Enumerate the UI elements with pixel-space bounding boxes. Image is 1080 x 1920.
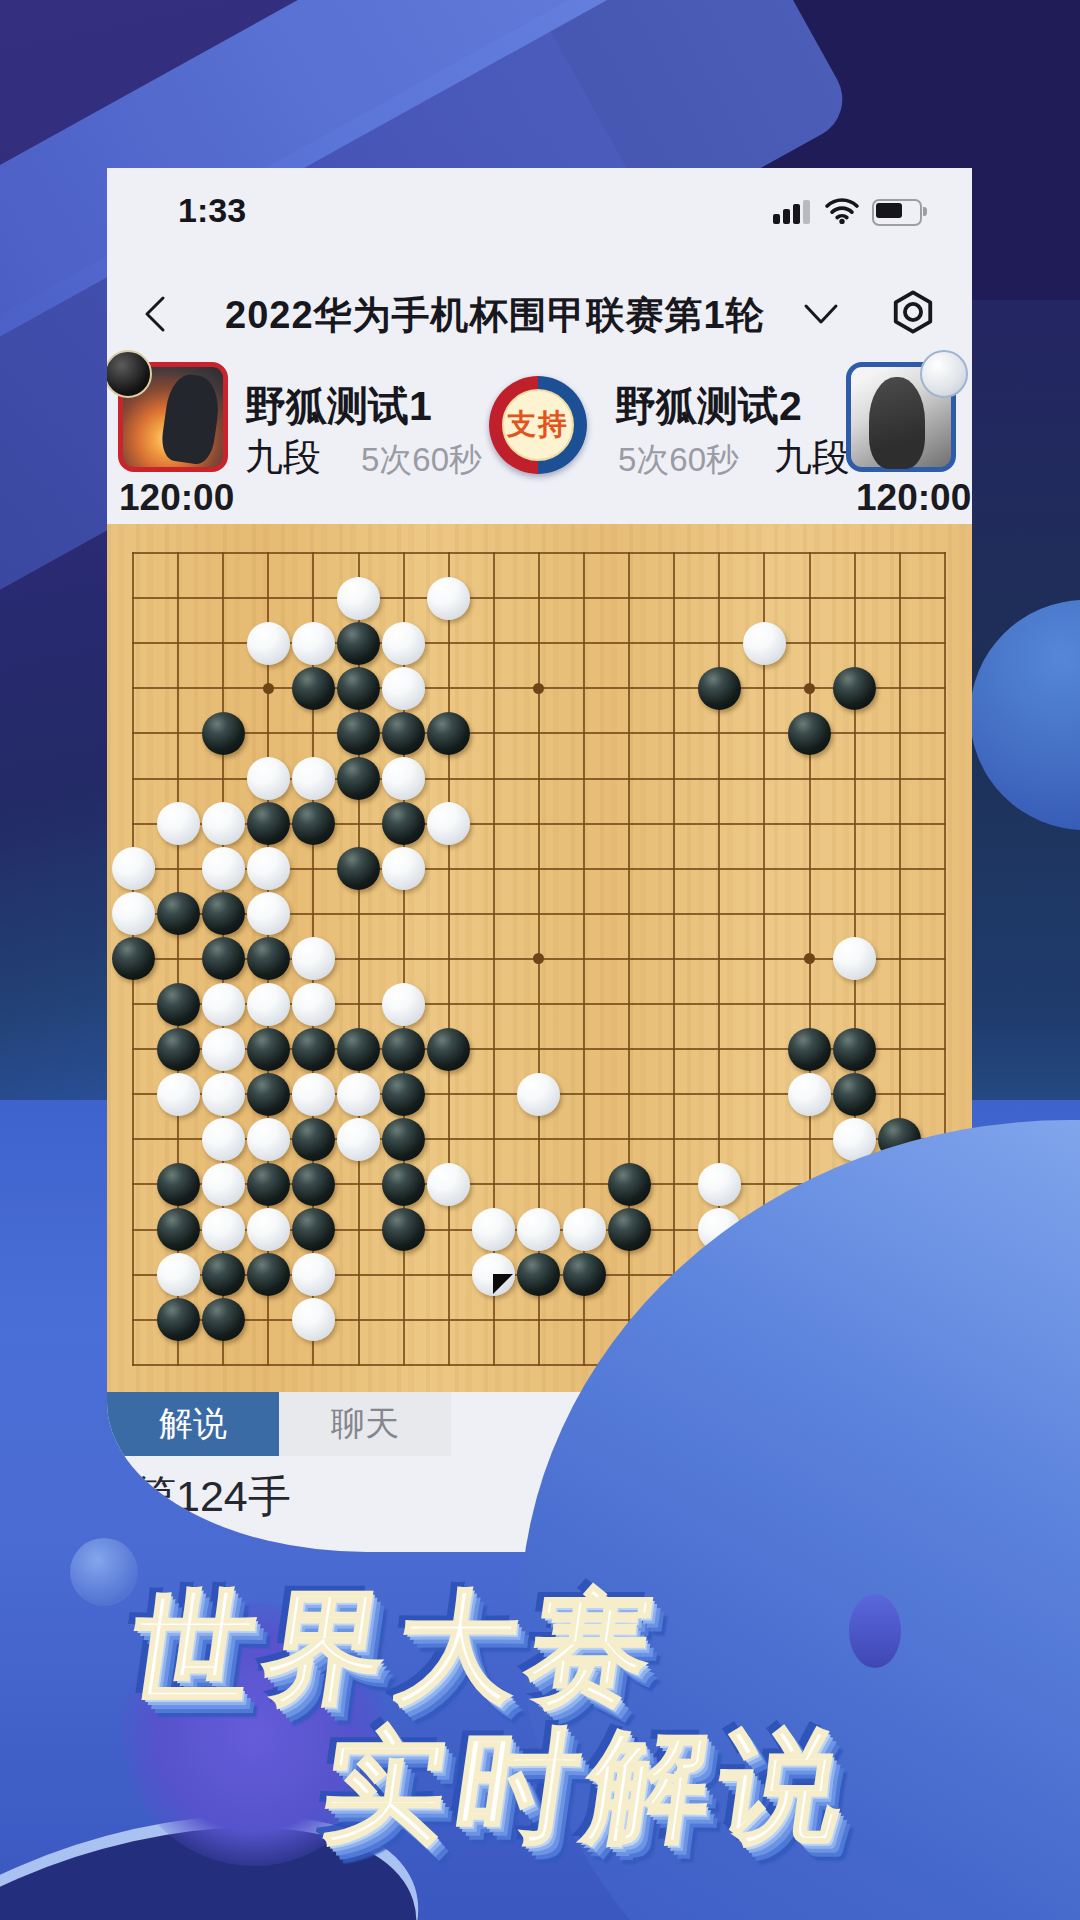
black-player-rank: 九段 [245, 432, 321, 483]
star-point [533, 683, 544, 694]
stone-black [382, 1073, 425, 1116]
stone-white [247, 892, 290, 935]
support-button-label: 支持 [502, 389, 574, 461]
stone-black [427, 712, 470, 755]
status-time: 1:33 [178, 191, 246, 230]
stone-black [337, 712, 380, 755]
stone-black [698, 667, 741, 710]
stone-white [247, 847, 290, 890]
stone-black [202, 712, 245, 755]
stone-white [292, 1298, 335, 1341]
stone-white [292, 1073, 335, 1116]
stone-black [382, 1028, 425, 1071]
stone-black [337, 622, 380, 665]
circle-decoration [70, 1538, 138, 1606]
stone-white [292, 983, 335, 1026]
stone-black [337, 667, 380, 710]
stone-white [472, 1208, 515, 1251]
stone-black [382, 802, 425, 845]
stone-black [157, 983, 200, 1026]
stone-white [292, 1253, 335, 1296]
stone-black [337, 847, 380, 890]
stone-white [202, 1073, 245, 1116]
stone-black [247, 1163, 290, 1206]
grid-line [673, 552, 675, 1366]
white-player-byoyomi: 5次60秒 [618, 438, 739, 483]
battery-icon [872, 199, 922, 226]
stone-black [382, 712, 425, 755]
support-button[interactable]: 支持 [489, 376, 587, 474]
stone-white [382, 667, 425, 710]
stone-black [247, 1028, 290, 1071]
stone-white [292, 757, 335, 800]
stone-white [112, 847, 155, 890]
stone-black [833, 1028, 876, 1071]
stone-white [337, 577, 380, 620]
stone-white [202, 1163, 245, 1206]
chevron-down-icon[interactable] [802, 300, 840, 328]
stone-white [202, 983, 245, 1026]
stone-white [427, 577, 470, 620]
stone-white [517, 1208, 560, 1251]
stone-white [427, 802, 470, 845]
back-icon[interactable] [141, 294, 171, 334]
stone-white [382, 757, 425, 800]
stone-black [247, 1253, 290, 1296]
stone-black [382, 1118, 425, 1161]
signal-bars-icon [773, 200, 815, 224]
stone-white [337, 1118, 380, 1161]
stone-black [292, 667, 335, 710]
stone-white [247, 1208, 290, 1251]
stone-white [292, 622, 335, 665]
stone-black [382, 1208, 425, 1251]
stone-black [788, 1028, 831, 1071]
stone-white [743, 622, 786, 665]
stone-white [202, 847, 245, 890]
stone-white [517, 1073, 560, 1116]
stone-white [292, 937, 335, 980]
settings-gear-icon[interactable] [890, 289, 936, 335]
stone-white [382, 983, 425, 1026]
stone-black [337, 757, 380, 800]
stone-white [382, 847, 425, 890]
stone-white [202, 1208, 245, 1251]
stone-black [563, 1253, 606, 1296]
star-point [804, 683, 815, 694]
stone-black [157, 1163, 200, 1206]
black-player-clock: 120:00 [119, 477, 234, 519]
stone-black [157, 892, 200, 935]
tab-chat[interactable]: 聊天 [279, 1392, 451, 1456]
stone-white [247, 757, 290, 800]
stone-white [247, 1118, 290, 1161]
stone-black [788, 712, 831, 755]
black-player-name: 野狐测试1 [245, 379, 432, 434]
stone-black [292, 1208, 335, 1251]
stone-white [427, 1163, 470, 1206]
stone-black [157, 1208, 200, 1251]
star-point [804, 953, 815, 964]
stone-black [292, 1163, 335, 1206]
stone-white [157, 1253, 200, 1296]
white-stone-badge [920, 350, 968, 398]
stone-black [292, 1028, 335, 1071]
stone-white [382, 622, 425, 665]
stone-white [788, 1073, 831, 1116]
stone-black [337, 1028, 380, 1071]
stone-black [517, 1253, 560, 1296]
stone-black [292, 1118, 335, 1161]
last-move-marker [493, 1274, 513, 1294]
stone-black [292, 802, 335, 845]
stone-white [247, 983, 290, 1026]
white-player-clock: 120:00 [856, 477, 971, 519]
stone-white [157, 802, 200, 845]
promo-line-2: 实时解说 [312, 1706, 863, 1870]
stone-black [382, 1163, 425, 1206]
stone-white [833, 937, 876, 980]
stone-black [112, 937, 155, 980]
stone-white [202, 1118, 245, 1161]
stone-black [202, 892, 245, 935]
stone-black [608, 1163, 651, 1206]
wifi-icon [825, 198, 859, 228]
stone-white [202, 802, 245, 845]
stone-white [472, 1253, 515, 1296]
stone-white [247, 622, 290, 665]
stone-black [202, 1253, 245, 1296]
stone-black [157, 1028, 200, 1071]
stone-black [833, 667, 876, 710]
stone-white [202, 1028, 245, 1071]
star-point [533, 953, 544, 964]
stone-black [247, 937, 290, 980]
stone-black [202, 1298, 245, 1341]
stone-white [337, 1073, 380, 1116]
stone-black [833, 1073, 876, 1116]
stone-black [157, 1298, 200, 1341]
stone-white [157, 1073, 200, 1116]
star-point [263, 683, 274, 694]
stone-white [698, 1163, 741, 1206]
stone-black [202, 937, 245, 980]
black-player-byoyomi: 5次60秒 [361, 438, 482, 483]
ellipse-decoration [849, 1594, 901, 1668]
stone-black [247, 1073, 290, 1116]
white-player-name: 野狐测试2 [615, 379, 802, 434]
stone-white [112, 892, 155, 935]
stone-white [563, 1208, 606, 1251]
stone-black [247, 802, 290, 845]
page-title: 2022华为手机杯围甲联赛第1轮 [225, 290, 765, 341]
tab-commentary[interactable]: 解说 [107, 1392, 279, 1456]
stone-black [608, 1208, 651, 1251]
white-player-rank: 九段 [774, 432, 850, 483]
stone-black [427, 1028, 470, 1071]
